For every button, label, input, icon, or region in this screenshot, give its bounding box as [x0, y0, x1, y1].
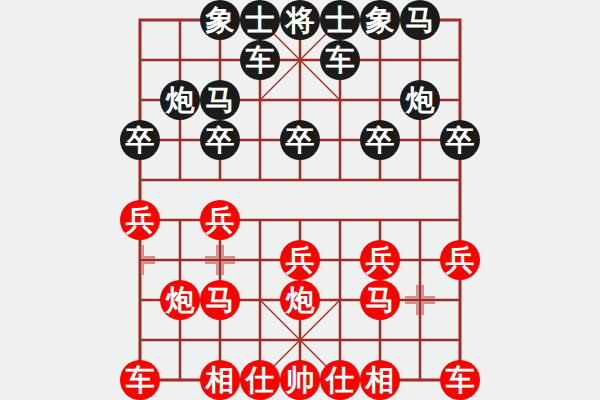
- marker-corner-nw: [405, 285, 419, 299]
- piece-red-advisor[interactable]: 仕: [240, 360, 280, 400]
- piece-red-chariot[interactable]: 车: [440, 360, 480, 400]
- piece-black-general[interactable]: 将: [280, 0, 320, 40]
- piece-black-elephant[interactable]: 象: [200, 0, 240, 40]
- piece-black-advisor[interactable]: 士: [320, 0, 360, 40]
- marker-corner-se: [421, 301, 435, 315]
- piece-black-soldier[interactable]: 卒: [280, 120, 320, 160]
- marker-corner-se: [221, 261, 235, 275]
- piece-black-chariot[interactable]: 车: [240, 40, 280, 80]
- piece-black-soldier[interactable]: 卒: [200, 120, 240, 160]
- piece-red-general[interactable]: 帅: [280, 360, 320, 400]
- piece-red-cannon[interactable]: 炮: [280, 280, 320, 320]
- piece-black-soldier[interactable]: 卒: [120, 120, 160, 160]
- piece-black-soldier[interactable]: 卒: [360, 120, 400, 160]
- last-move-from-marker: [400, 280, 440, 320]
- piece-red-soldier[interactable]: 兵: [360, 240, 400, 280]
- piece-black-cannon[interactable]: 炮: [160, 80, 200, 120]
- piece-black-horse[interactable]: 马: [200, 80, 240, 120]
- marker-corner-sw: [205, 261, 219, 275]
- piece-black-soldier[interactable]: 卒: [440, 120, 480, 160]
- piece-black-cannon[interactable]: 炮: [400, 80, 440, 120]
- piece-red-horse[interactable]: 马: [360, 280, 400, 320]
- piece-red-chariot[interactable]: 车: [120, 360, 160, 400]
- last-move-from-marker: [120, 240, 160, 280]
- piece-red-soldier[interactable]: 兵: [440, 240, 480, 280]
- marker-corner-ne: [421, 285, 435, 299]
- piece-red-soldier[interactable]: 兵: [200, 200, 240, 240]
- piece-black-advisor[interactable]: 士: [240, 0, 280, 40]
- last-move-from-marker: [200, 240, 240, 280]
- piece-black-horse[interactable]: 马: [400, 0, 440, 40]
- marker-corner-nw: [205, 245, 219, 259]
- xiangqi-board: 象士将士象马车车炮马炮卒卒卒卒卒兵兵兵兵兵炮马炮马车相仕帅仕相车: [0, 0, 600, 400]
- marker-corner-se: [141, 261, 155, 275]
- piece-red-elephant[interactable]: 相: [200, 360, 240, 400]
- marker-corner-sw: [405, 301, 419, 315]
- piece-black-chariot[interactable]: 车: [320, 40, 360, 80]
- piece-black-elephant[interactable]: 象: [360, 0, 400, 40]
- piece-red-elephant[interactable]: 相: [360, 360, 400, 400]
- board[interactable]: 象士将士象马车车炮马炮卒卒卒卒卒兵兵兵兵兵炮马炮马车相仕帅仕相车: [120, 0, 480, 400]
- piece-red-horse[interactable]: 马: [200, 280, 240, 320]
- marker-corner-ne: [221, 245, 235, 259]
- piece-red-advisor[interactable]: 仕: [320, 360, 360, 400]
- marker-corner-ne: [141, 245, 155, 259]
- piece-red-cannon[interactable]: 炮: [160, 280, 200, 320]
- piece-red-soldier[interactable]: 兵: [120, 200, 160, 240]
- piece-red-soldier[interactable]: 兵: [280, 240, 320, 280]
